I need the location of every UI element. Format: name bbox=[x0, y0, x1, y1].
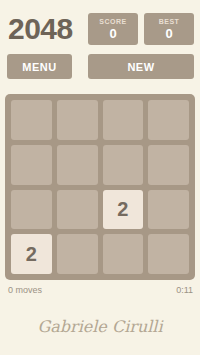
empty-cell-r3c1 bbox=[57, 234, 98, 274]
empty-cell-r1c2 bbox=[103, 145, 144, 185]
page-title: 2048 bbox=[8, 13, 73, 45]
menu-button[interactable]: MENU bbox=[7, 54, 72, 79]
status-bar: 0 moves 0:11 bbox=[8, 285, 193, 295]
best-box: BEST 0 bbox=[144, 13, 194, 45]
best-value: 0 bbox=[165, 26, 172, 41]
moves-counter: 0 moves bbox=[8, 285, 42, 295]
tile-2-r3c0: 2 bbox=[11, 234, 52, 274]
empty-cell-r2c1 bbox=[57, 190, 98, 230]
empty-cell-r0c1 bbox=[57, 100, 98, 140]
board[interactable]: 22 bbox=[5, 94, 195, 280]
best-label: BEST bbox=[159, 17, 180, 26]
empty-cell-r1c3 bbox=[148, 145, 189, 185]
empty-cell-r0c2 bbox=[103, 100, 144, 140]
score-value: 0 bbox=[109, 26, 116, 41]
score-box: SCORE 0 bbox=[88, 13, 138, 45]
new-game-button[interactable]: NEW bbox=[88, 54, 194, 79]
empty-cell-r1c1 bbox=[57, 145, 98, 185]
timer: 0:11 bbox=[176, 285, 193, 295]
empty-cell-r3c3 bbox=[148, 234, 189, 274]
empty-cell-r0c0 bbox=[11, 100, 52, 140]
empty-cell-r2c3 bbox=[148, 190, 189, 230]
score-panel: SCORE 0 BEST 0 bbox=[88, 13, 194, 45]
app-2048: 2048 SCORE 0 BEST 0 MENU NEW 22 0 moves … bbox=[0, 0, 200, 355]
tile-2-r2c2: 2 bbox=[103, 190, 144, 230]
empty-cell-r0c3 bbox=[148, 100, 189, 140]
empty-cell-r1c0 bbox=[11, 145, 52, 185]
score-label: SCORE bbox=[99, 17, 126, 26]
empty-cell-r3c2 bbox=[103, 234, 144, 274]
empty-cell-r2c0 bbox=[11, 190, 52, 230]
author-signature: Gabriele Cirulli bbox=[0, 317, 200, 336]
